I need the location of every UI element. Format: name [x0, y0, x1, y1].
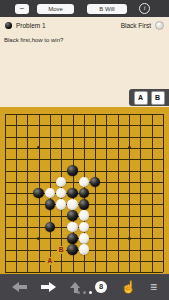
- black-stone: [67, 165, 78, 176]
- white-stone: [56, 188, 67, 199]
- go-board[interactable]: AB: [0, 107, 169, 274]
- white-stone: [79, 233, 90, 244]
- black-stone: [67, 188, 78, 199]
- info-icon[interactable]: i: [139, 3, 150, 14]
- black-stone: [67, 210, 78, 221]
- white-stone: [45, 188, 56, 199]
- star-point: [128, 237, 131, 240]
- white-stone: [67, 222, 78, 233]
- black-stone: [67, 244, 78, 255]
- point-label-b[interactable]: B: [57, 246, 66, 254]
- right-arrow-stem: [41, 285, 49, 289]
- app-toolbar: − Move B Will i: [0, 0, 169, 17]
- turn-indicator: Black First: [121, 22, 151, 29]
- star-point: [37, 237, 40, 240]
- answer-b-button[interactable]: B: [151, 91, 165, 105]
- black-stone: [33, 188, 44, 199]
- black-stone-icon: [5, 22, 12, 29]
- nav-toolbar: 8 ☝ ≡: [0, 274, 169, 300]
- black-stone: [45, 199, 56, 210]
- white-stone: [79, 244, 90, 255]
- star-point: [37, 146, 40, 149]
- black-stone: [79, 188, 90, 199]
- black-stone: [90, 177, 101, 188]
- answer-a-button[interactable]: A: [134, 91, 148, 105]
- page-dots: [0, 291, 169, 294]
- answer-choice-panel: A B: [129, 89, 169, 106]
- bwill-button[interactable]: B Will: [87, 4, 127, 14]
- problem-header: Problem 1 Black First: [0, 17, 169, 33]
- white-stone: [67, 199, 78, 210]
- page-dot: [77, 291, 80, 294]
- white-stone: [79, 177, 90, 188]
- move-button[interactable]: Move: [37, 4, 74, 14]
- question-text: Black first,how to win?: [4, 37, 63, 43]
- white-stone: [79, 222, 90, 233]
- point-label-a[interactable]: A: [45, 257, 54, 265]
- white-stone: [56, 199, 67, 210]
- left-arrow-stem: [19, 285, 27, 289]
- white-stone: [79, 210, 90, 221]
- app-screen: − Move B Will i Problem 1 Black First Bl…: [0, 0, 169, 300]
- page-dot: [83, 291, 86, 294]
- star-point: [128, 146, 131, 149]
- white-stone-icon: [155, 21, 164, 30]
- problem-title: Problem 1: [16, 22, 121, 29]
- white-stone: [56, 177, 67, 188]
- black-stone: [45, 222, 56, 233]
- black-stone: [67, 233, 78, 244]
- page-dot: [89, 291, 92, 294]
- black-stone: [79, 199, 90, 210]
- collapse-button[interactable]: −: [15, 4, 29, 14]
